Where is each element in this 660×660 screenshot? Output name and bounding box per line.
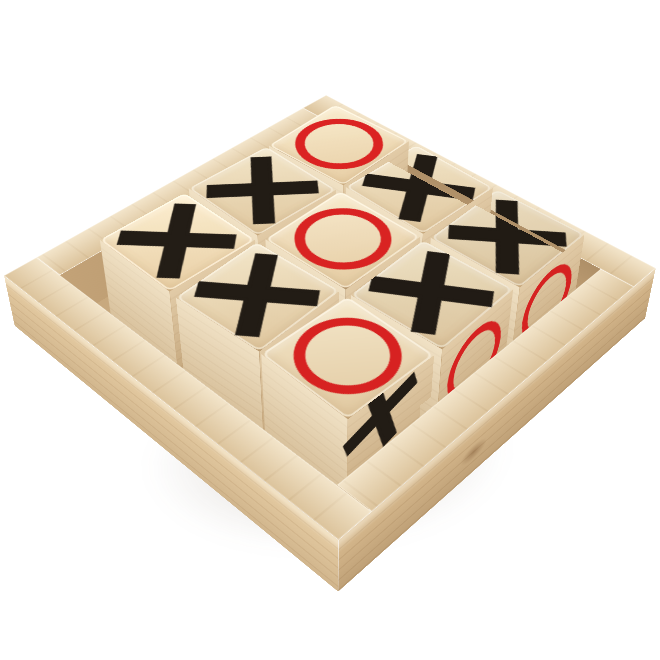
photo-background: ××××××× [0, 0, 660, 660]
scene: ××××××× [0, 0, 660, 660]
